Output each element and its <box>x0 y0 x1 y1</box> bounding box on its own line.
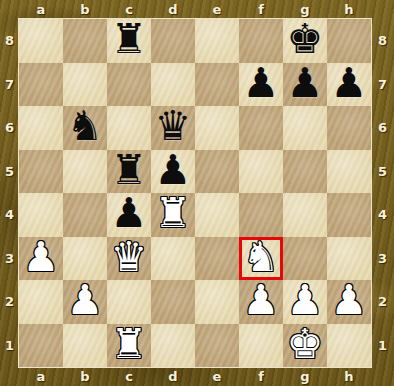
rank-label-3: 3 <box>0 237 19 281</box>
square-g3[interactable] <box>283 237 327 281</box>
square-g1[interactable]: ♚ <box>283 324 327 368</box>
square-h5[interactable] <box>327 150 371 194</box>
square-a1[interactable] <box>19 324 63 368</box>
rank-label-7: 7 <box>371 63 394 107</box>
white-pawn-g2[interactable]: ♟ <box>283 280 327 324</box>
rank-label-8: 8 <box>371 19 394 63</box>
square-h4[interactable] <box>327 193 371 237</box>
square-e8[interactable] <box>195 19 239 63</box>
square-c2[interactable] <box>107 280 151 324</box>
square-a2[interactable] <box>19 280 63 324</box>
rank-label-2: 2 <box>0 280 19 324</box>
file-label-f: f <box>239 367 283 386</box>
square-a7[interactable] <box>19 63 63 107</box>
white-rook-d4[interactable]: ♜ <box>151 193 195 237</box>
black-pawn-f7[interactable]: ♟ <box>239 63 283 107</box>
square-e5[interactable] <box>195 150 239 194</box>
rank-label-5: 5 <box>0 150 19 194</box>
white-queen-c3[interactable]: ♛ <box>107 237 151 281</box>
square-h8[interactable] <box>327 19 371 63</box>
black-pawn-d5[interactable]: ♟ <box>151 150 195 194</box>
rank-label-4: 4 <box>371 193 394 237</box>
file-label-h: h <box>327 367 371 386</box>
white-king-g1[interactable]: ♚ <box>283 324 327 368</box>
square-a4[interactable] <box>19 193 63 237</box>
square-c8[interactable]: ♜ <box>107 19 151 63</box>
file-label-b: b <box>63 0 107 19</box>
square-b6[interactable]: ♞ <box>63 106 107 150</box>
square-b3[interactable] <box>63 237 107 281</box>
rank-label-4: 4 <box>0 193 19 237</box>
square-b1[interactable] <box>63 324 107 368</box>
white-pawn-h2[interactable]: ♟ <box>327 280 371 324</box>
file-label-b: b <box>63 367 107 386</box>
black-rook-c5[interactable]: ♜ <box>107 150 151 194</box>
square-f7[interactable]: ♟ <box>239 63 283 107</box>
white-pawn-b2[interactable]: ♟ <box>63 280 107 324</box>
square-d1[interactable] <box>151 324 195 368</box>
square-d7[interactable] <box>151 63 195 107</box>
square-g2[interactable]: ♟ <box>283 280 327 324</box>
chess-board: ♜♚♟♟♟♞♛♜♟♟♜♟♛♞♟♟♟♟♜♚ <box>19 19 371 367</box>
square-h7[interactable]: ♟ <box>327 63 371 107</box>
square-h1[interactable] <box>327 324 371 368</box>
rank-label-3: 3 <box>371 237 394 281</box>
rank-label-5: 5 <box>371 150 394 194</box>
rank-label-8: 8 <box>0 19 19 63</box>
square-b5[interactable] <box>63 150 107 194</box>
file-label-h: h <box>327 0 371 19</box>
square-c6[interactable] <box>107 106 151 150</box>
rank-label-6: 6 <box>371 106 394 150</box>
square-h3[interactable] <box>327 237 371 281</box>
file-label-a: a <box>19 367 63 386</box>
rank-label-6: 6 <box>0 106 19 150</box>
square-d8[interactable] <box>151 19 195 63</box>
black-rook-c8[interactable]: ♜ <box>107 19 151 63</box>
rank-label-1: 1 <box>0 324 19 368</box>
square-c4[interactable]: ♟ <box>107 193 151 237</box>
rank-labels-left: 87654321 <box>0 19 19 367</box>
file-label-c: c <box>107 367 151 386</box>
square-a8[interactable] <box>19 19 63 63</box>
file-label-g: g <box>283 367 327 386</box>
square-c1[interactable]: ♜ <box>107 324 151 368</box>
chess-board-frame: abcdefgh abcdefgh 87654321 87654321 ♜♚♟♟… <box>0 0 394 386</box>
square-d2[interactable] <box>151 280 195 324</box>
black-queen-d6[interactable]: ♛ <box>151 106 195 150</box>
square-b2[interactable]: ♟ <box>63 280 107 324</box>
square-g4[interactable] <box>283 193 327 237</box>
black-knight-b6[interactable]: ♞ <box>63 106 107 150</box>
black-pawn-h7[interactable]: ♟ <box>327 63 371 107</box>
square-d5[interactable]: ♟ <box>151 150 195 194</box>
square-b4[interactable] <box>63 193 107 237</box>
white-rook-c1[interactable]: ♜ <box>107 324 151 368</box>
white-knight-f3[interactable]: ♞ <box>239 237 283 281</box>
square-h6[interactable] <box>327 106 371 150</box>
square-e6[interactable] <box>195 106 239 150</box>
square-b7[interactable] <box>63 63 107 107</box>
square-e1[interactable] <box>195 324 239 368</box>
file-label-d: d <box>151 0 195 19</box>
square-e3[interactable] <box>195 237 239 281</box>
file-label-d: d <box>151 367 195 386</box>
square-f6[interactable] <box>239 106 283 150</box>
square-c3[interactable]: ♛ <box>107 237 151 281</box>
square-c7[interactable] <box>107 63 151 107</box>
white-pawn-a3[interactable]: ♟ <box>19 237 63 281</box>
square-e2[interactable] <box>195 280 239 324</box>
square-e7[interactable] <box>195 63 239 107</box>
square-f2[interactable]: ♟ <box>239 280 283 324</box>
file-label-f: f <box>239 0 283 19</box>
file-label-a: a <box>19 0 63 19</box>
square-e4[interactable] <box>195 193 239 237</box>
square-f3[interactable]: ♞ <box>239 237 283 281</box>
rank-label-2: 2 <box>371 280 394 324</box>
rank-label-7: 7 <box>0 63 19 107</box>
white-pawn-f2[interactable]: ♟ <box>239 280 283 324</box>
square-d3[interactable] <box>151 237 195 281</box>
square-h2[interactable]: ♟ <box>327 280 371 324</box>
black-pawn-c4[interactable]: ♟ <box>107 193 151 237</box>
square-a3[interactable]: ♟ <box>19 237 63 281</box>
square-a5[interactable] <box>19 150 63 194</box>
square-a6[interactable] <box>19 106 63 150</box>
file-labels-bottom: abcdefgh <box>19 367 371 386</box>
square-g7[interactable]: ♟ <box>283 63 327 107</box>
black-pawn-g7[interactable]: ♟ <box>283 63 327 107</box>
file-label-e: e <box>195 367 239 386</box>
square-f4[interactable] <box>239 193 283 237</box>
square-g5[interactable] <box>283 150 327 194</box>
square-f8[interactable] <box>239 19 283 63</box>
black-king-g8[interactable]: ♚ <box>283 19 327 63</box>
rank-label-1: 1 <box>371 324 394 368</box>
square-c5[interactable]: ♜ <box>107 150 151 194</box>
rank-labels-right: 87654321 <box>371 19 394 367</box>
square-g6[interactable] <box>283 106 327 150</box>
file-label-e: e <box>195 0 239 19</box>
square-g8[interactable]: ♚ <box>283 19 327 63</box>
square-b8[interactable] <box>63 19 107 63</box>
square-f5[interactable] <box>239 150 283 194</box>
square-f1[interactable] <box>239 324 283 368</box>
square-d4[interactable]: ♜ <box>151 193 195 237</box>
square-d6[interactable]: ♛ <box>151 106 195 150</box>
